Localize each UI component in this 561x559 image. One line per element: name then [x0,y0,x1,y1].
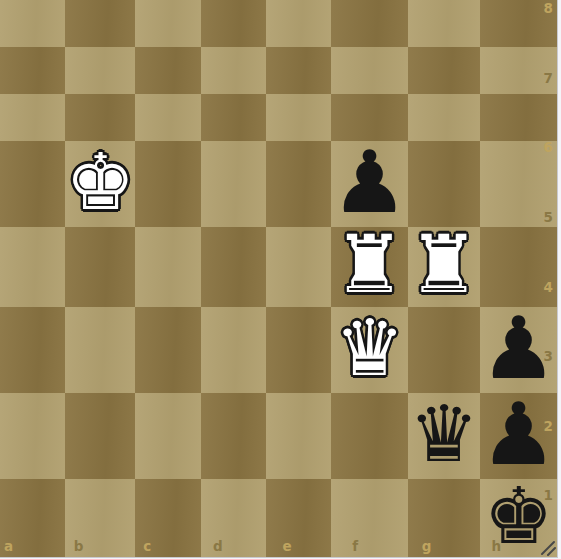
square-g1[interactable] [408,479,480,557]
square-e5[interactable] [266,141,331,227]
square-f2[interactable] [331,393,408,479]
square-b1[interactable] [65,479,135,557]
square-c6[interactable] [135,94,200,141]
square-d8[interactable] [201,0,266,47]
square-c4[interactable] [135,227,200,307]
square-d2[interactable] [201,393,266,479]
square-a8[interactable] [0,0,65,47]
square-b5[interactable]: ♚ [65,141,135,227]
square-c3[interactable] [135,307,200,393]
square-g2[interactable]: ♛ [408,393,480,479]
square-a3[interactable] [0,307,65,393]
square-g7[interactable] [408,47,480,94]
chess-board: ♚♟♜♜♛♟♛♟♚ [0,0,558,558]
square-g6[interactable] [408,94,480,141]
square-b6[interactable] [65,94,135,141]
square-e7[interactable] [266,47,331,94]
square-h6[interactable] [480,94,557,141]
square-c5[interactable] [135,141,200,227]
square-e3[interactable] [266,307,331,393]
square-c2[interactable] [135,393,200,479]
square-h4[interactable] [480,227,557,307]
square-a1[interactable] [0,479,65,557]
square-h3[interactable]: ♟ [480,307,557,393]
square-c1[interactable] [135,479,200,557]
square-e6[interactable] [266,94,331,141]
white-queen[interactable]: ♛ [335,309,405,387]
square-b8[interactable] [65,0,135,47]
square-h2[interactable]: ♟ [480,393,557,479]
square-e8[interactable] [266,0,331,47]
black-pawn[interactable]: ♟ [331,139,408,225]
chess-page: ♚♟♜♜♛♟♛♟♚ 87654321abcdefgh [0,0,561,559]
square-g3[interactable] [408,307,480,393]
square-d4[interactable] [201,227,266,307]
square-d3[interactable] [201,307,266,393]
square-a4[interactable] [0,227,65,307]
square-f1[interactable] [331,479,408,557]
square-f7[interactable] [331,47,408,94]
black-queen[interactable]: ♛ [409,395,479,473]
square-f4[interactable]: ♜ [331,227,408,307]
square-d5[interactable] [201,141,266,227]
square-h8[interactable] [480,0,557,47]
square-a6[interactable] [0,94,65,141]
white-rook[interactable]: ♜ [334,225,406,305]
square-b4[interactable] [65,227,135,307]
black-pawn[interactable]: ♟ [480,391,557,477]
board-resize-handle[interactable] [538,538,556,556]
square-h7[interactable] [480,47,557,94]
square-b2[interactable] [65,393,135,479]
square-f3[interactable]: ♛ [331,307,408,393]
square-f5[interactable]: ♟ [331,141,408,227]
square-g4[interactable]: ♜ [408,227,480,307]
square-d6[interactable] [201,94,266,141]
square-c7[interactable] [135,47,200,94]
white-rook[interactable]: ♜ [408,225,480,305]
square-e1[interactable] [266,479,331,557]
square-b7[interactable] [65,47,135,94]
square-f8[interactable] [331,0,408,47]
square-g5[interactable] [408,141,480,227]
square-g8[interactable] [408,0,480,47]
square-a5[interactable] [0,141,65,227]
square-d7[interactable] [201,47,266,94]
square-c8[interactable] [135,0,200,47]
black-pawn[interactable]: ♟ [480,305,557,391]
square-a7[interactable] [0,47,65,94]
white-king[interactable]: ♚ [65,143,135,221]
square-e2[interactable] [266,393,331,479]
square-b3[interactable] [65,307,135,393]
square-h5[interactable] [480,141,557,227]
square-e4[interactable] [266,227,331,307]
square-a2[interactable] [0,393,65,479]
resize-diagonal-lines-icon [538,538,556,556]
square-d1[interactable] [201,479,266,557]
